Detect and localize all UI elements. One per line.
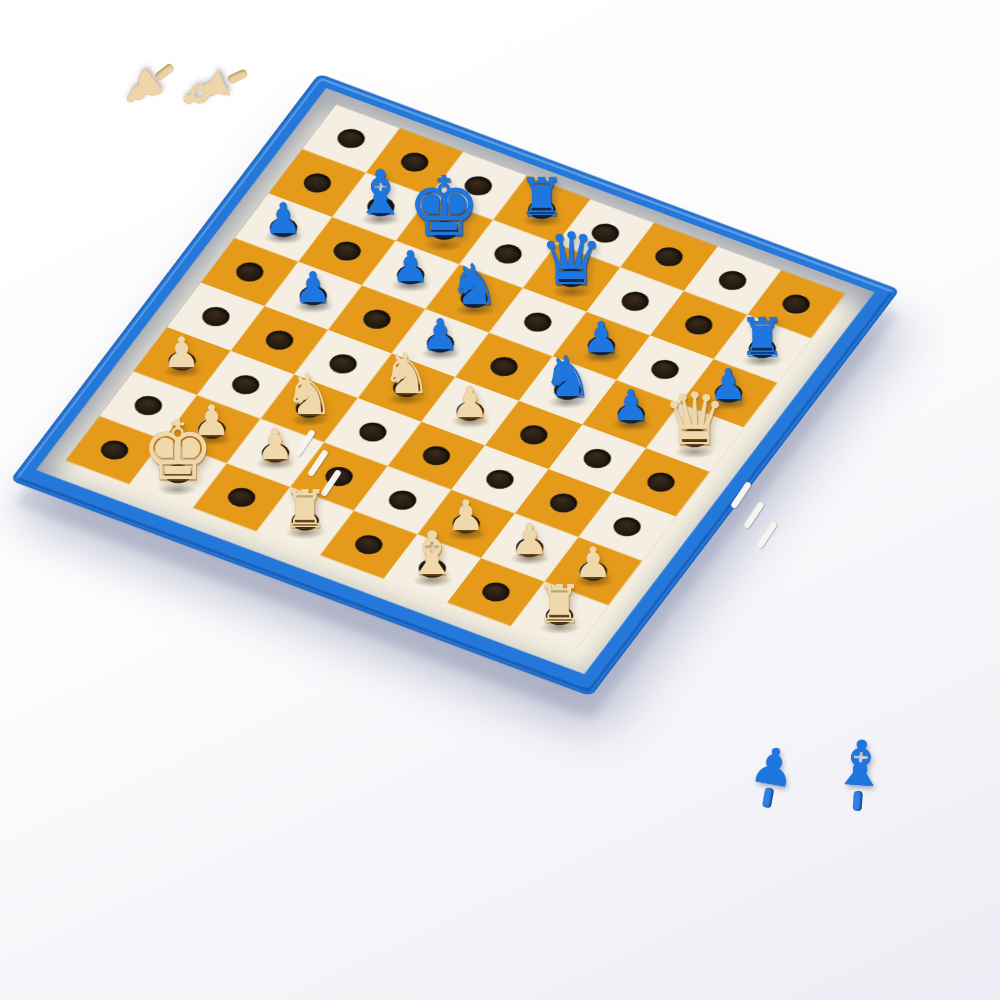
bishop-icon: ♝: [831, 731, 891, 797]
bishop-icon: ♝: [166, 54, 243, 128]
piece-blue-rook-h7[interactable]: ♜: [739, 311, 786, 363]
piece-peg: [853, 791, 863, 812]
piece-wood-pawn-g2[interactable]: ♟: [511, 519, 549, 561]
piece-wood-queen-h5[interactable]: ♛: [662, 382, 727, 454]
piece-blue-king-c7[interactable]: ♚: [407, 166, 481, 248]
piece-wood-knight-c3[interactable]: ♞: [284, 367, 334, 423]
piece-blue-bishop-b7[interactable]: ♝: [354, 162, 408, 222]
piece-blue-knight-d6[interactable]: ♞: [449, 257, 499, 313]
piece-layer: ♜♝♚♛♜♟♟♞♟♟♟♟♞♟♛♞♟♟♞♟♟♟♟♟♚♜♝♜♟♝♟♝: [0, 0, 1000, 1000]
piece-peg: [762, 787, 774, 808]
piece-wood-bishop-f1[interactable]: ♝: [405, 523, 459, 583]
piece-blue-pawn-b5[interactable]: ♟: [294, 267, 332, 309]
piece-wood-pawn-e4[interactable]: ♟: [451, 382, 489, 424]
piece-wood-rook-h1[interactable]: ♜: [536, 578, 583, 630]
piece-blue-knight-f5[interactable]: ♞: [542, 349, 592, 405]
captured-blue-bishop[interactable]: ♝: [830, 731, 891, 813]
scene: ♜♝♚♛♜♟♟♞♟♟♟♟♞♟♛♞♟♟♞♟♟♟♟♟♚♜♝♜♟♝♟♝: [0, 0, 1000, 1000]
piece-wood-pawn-c2[interactable]: ♟: [256, 424, 294, 466]
captured-wood-bishop[interactable]: ♝: [166, 48, 258, 129]
pawn-icon: ♟: [747, 739, 800, 796]
piece-wood-rook-d1[interactable]: ♜: [282, 483, 329, 535]
piece-blue-pawn-c6[interactable]: ♟: [391, 246, 429, 288]
piece-blue-pawn-a6[interactable]: ♟: [264, 198, 302, 240]
piece-blue-pawn-g5[interactable]: ♟: [612, 385, 650, 427]
piece-wood-knight-d4[interactable]: ♞: [381, 346, 431, 402]
piece-blue-queen-e7[interactable]: ♛: [539, 222, 604, 294]
piece-wood-king-b1[interactable]: ♚: [141, 409, 215, 491]
captured-blue-pawn[interactable]: ♟: [744, 739, 800, 812]
piece-wood-pawn-a3[interactable]: ♟: [163, 332, 201, 374]
